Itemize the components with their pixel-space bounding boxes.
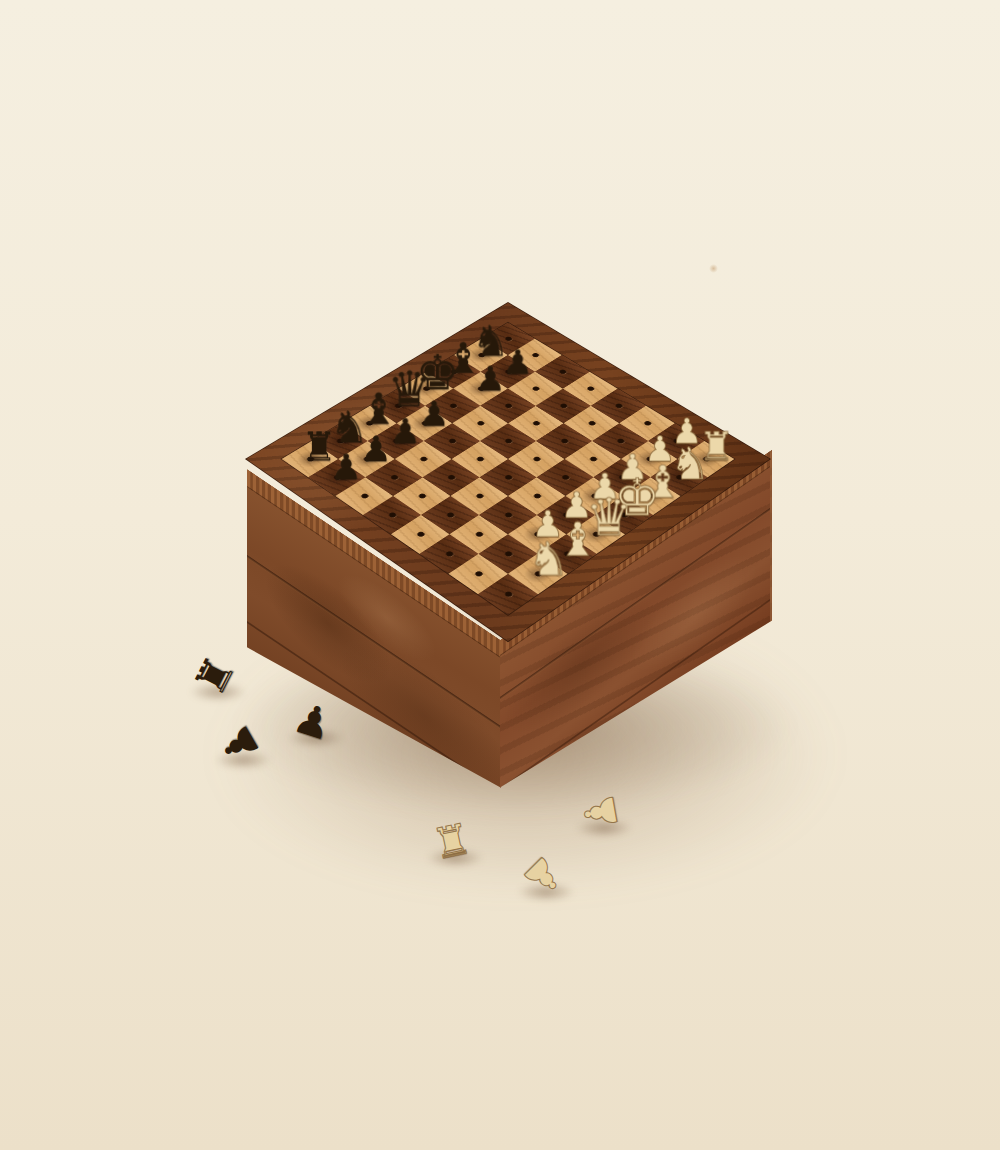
peg-hole [587,420,597,426]
peg-hole [559,438,569,444]
peg-hole [503,438,513,444]
peg-hole [446,474,456,480]
peg-hole [503,512,513,519]
peg-hole [417,493,427,500]
peg-hole [503,550,513,557]
peg-hole [359,493,369,500]
peg-hole [389,474,399,480]
peg-hole [387,512,397,519]
peg-hole [531,386,541,392]
peg-hole [615,438,625,444]
peg-hole [558,403,568,409]
peg-hole [531,456,541,462]
chess-box-top: ♜♞♝♛♚♝♞♟♟♟♟♟♟♟♟♟♟♟♟♞♝♛♚♝♞♜ [322,273,694,645]
peg-hole [585,386,595,392]
peg-hole [444,550,454,557]
peg-hole [474,493,484,500]
peg-hole [614,403,624,409]
peg-hole [560,474,570,480]
white-knight-b1: ♞ [527,538,569,581]
peg-hole [475,456,485,462]
white-pawn-glyph: ♟ [573,784,629,840]
checker-grid: ♜♞♝♛♚♝♞♟♟♟♟♟♟♟♟♟♟♟♟♞♝♛♚♝♞♜ [282,323,735,615]
peg-hole [588,456,598,462]
peg-hole [503,403,513,409]
chess-board: ♜♞♝♛♚♝♞♟♟♟♟♟♟♟♟♟♟♟♟♞♝♛♚♝♞♜ [245,302,771,642]
peg-hole [532,493,542,500]
backdrop-speck [709,264,718,273]
board-frame: ♜♞♝♛♚♝♞♟♟♟♟♟♟♟♟♟♟♟♟♞♝♛♚♝♞♜ [245,302,771,642]
peg-hole [473,570,483,577]
peg-hole [415,531,425,538]
peg-hole [418,456,428,462]
peg-hole [503,591,514,598]
black-pawn-f7: ♟ [471,363,510,394]
peg-hole [642,420,652,426]
peg-hole [531,420,541,426]
peg-hole [503,474,513,480]
black-pawn-a7: ♟ [326,451,366,484]
white-rook-glyph: ♜ [424,814,481,871]
peg-hole [445,512,455,519]
peg-hole [558,369,568,375]
peg-hole [474,531,484,538]
photo-scene: ♜♞♝♛♚♝♞♟♟♟♟♟♟♟♟♟♟♟♟♞♝♛♚♝♞♜ ♜♟♟♜♟♟ [0,0,1000,1150]
peg-hole [475,420,485,426]
peg-hole [447,438,457,444]
